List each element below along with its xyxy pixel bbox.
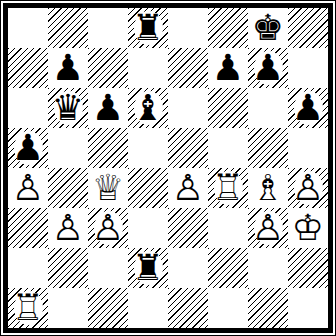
square-g7[interactable]: ♟ bbox=[248, 48, 288, 88]
square-e8[interactable] bbox=[168, 8, 208, 48]
square-e4[interactable]: ♙ bbox=[168, 168, 208, 208]
square-g8[interactable]: ♚ bbox=[248, 8, 288, 48]
piece-black-pawn[interactable]: ♟ bbox=[52, 48, 84, 88]
square-b6[interactable]: ♛ bbox=[48, 88, 88, 128]
square-e1[interactable] bbox=[168, 288, 208, 328]
square-g1[interactable] bbox=[248, 288, 288, 328]
square-c1[interactable] bbox=[88, 288, 128, 328]
square-f3[interactable] bbox=[208, 208, 248, 248]
square-b8[interactable] bbox=[48, 8, 88, 48]
piece-white-pawn[interactable]: ♙ bbox=[172, 168, 204, 208]
piece-black-pawn[interactable]: ♟ bbox=[252, 48, 284, 88]
square-e7[interactable] bbox=[168, 48, 208, 88]
square-d7[interactable] bbox=[128, 48, 168, 88]
square-f7[interactable]: ♟ bbox=[208, 48, 248, 88]
piece-white-pawn[interactable]: ♙ bbox=[52, 208, 84, 248]
square-f4[interactable]: ♖ bbox=[208, 168, 248, 208]
square-e2[interactable] bbox=[168, 248, 208, 288]
board-frame: ♜♚♟♟♟♛♟♝♟♟♙♕♙♖♗♙♙♙♙♔♜♖ bbox=[3, 3, 333, 333]
square-f6[interactable] bbox=[208, 88, 248, 128]
square-h4[interactable]: ♙ bbox=[288, 168, 328, 208]
square-c7[interactable] bbox=[88, 48, 128, 88]
piece-black-king[interactable]: ♚ bbox=[252, 8, 284, 48]
piece-black-queen[interactable]: ♛ bbox=[52, 88, 84, 128]
square-h1[interactable] bbox=[288, 288, 328, 328]
piece-white-rook[interactable]: ♖ bbox=[12, 288, 44, 328]
square-c6[interactable]: ♟ bbox=[88, 88, 128, 128]
square-e5[interactable] bbox=[168, 128, 208, 168]
piece-black-pawn[interactable]: ♟ bbox=[212, 48, 244, 88]
piece-white-pawn[interactable]: ♙ bbox=[12, 168, 44, 208]
square-a5[interactable]: ♟ bbox=[8, 128, 48, 168]
square-a3[interactable] bbox=[8, 208, 48, 248]
piece-white-king[interactable]: ♔ bbox=[292, 208, 324, 248]
square-a2[interactable] bbox=[8, 248, 48, 288]
piece-black-pawn[interactable]: ♟ bbox=[12, 128, 44, 168]
chess-board[interactable]: ♜♚♟♟♟♛♟♝♟♟♙♕♙♖♗♙♙♙♙♔♜♖ bbox=[8, 8, 328, 328]
square-f1[interactable] bbox=[208, 288, 248, 328]
square-h3[interactable]: ♔ bbox=[288, 208, 328, 248]
piece-black-rook[interactable]: ♜ bbox=[132, 8, 164, 48]
chess-diagram-page: ♜♚♟♟♟♛♟♝♟♟♙♕♙♖♗♙♙♙♙♔♜♖ bbox=[0, 0, 336, 336]
square-a7[interactable] bbox=[8, 48, 48, 88]
square-d2[interactable]: ♜ bbox=[128, 248, 168, 288]
square-f5[interactable] bbox=[208, 128, 248, 168]
square-b1[interactable] bbox=[48, 288, 88, 328]
piece-black-pawn[interactable]: ♟ bbox=[292, 88, 324, 128]
piece-black-bishop[interactable]: ♝ bbox=[132, 88, 164, 128]
square-a6[interactable] bbox=[8, 88, 48, 128]
piece-white-bishop[interactable]: ♗ bbox=[252, 168, 284, 208]
square-b2[interactable] bbox=[48, 248, 88, 288]
square-c8[interactable] bbox=[88, 8, 128, 48]
square-b3[interactable]: ♙ bbox=[48, 208, 88, 248]
square-g6[interactable] bbox=[248, 88, 288, 128]
square-d5[interactable] bbox=[128, 128, 168, 168]
square-c4[interactable]: ♕ bbox=[88, 168, 128, 208]
square-a4[interactable]: ♙ bbox=[8, 168, 48, 208]
square-h2[interactable] bbox=[288, 248, 328, 288]
square-d6[interactable]: ♝ bbox=[128, 88, 168, 128]
square-g5[interactable] bbox=[248, 128, 288, 168]
square-b5[interactable] bbox=[48, 128, 88, 168]
square-h5[interactable] bbox=[288, 128, 328, 168]
square-b4[interactable] bbox=[48, 168, 88, 208]
square-f2[interactable] bbox=[208, 248, 248, 288]
piece-white-rook[interactable]: ♖ bbox=[212, 168, 244, 208]
square-a8[interactable] bbox=[8, 8, 48, 48]
square-e6[interactable] bbox=[168, 88, 208, 128]
square-f8[interactable] bbox=[208, 8, 248, 48]
square-c3[interactable]: ♙ bbox=[88, 208, 128, 248]
square-g3[interactable]: ♙ bbox=[248, 208, 288, 248]
square-e3[interactable] bbox=[168, 208, 208, 248]
square-a1[interactable]: ♖ bbox=[8, 288, 48, 328]
piece-black-pawn[interactable]: ♟ bbox=[92, 88, 124, 128]
square-g2[interactable] bbox=[248, 248, 288, 288]
square-d4[interactable] bbox=[128, 168, 168, 208]
square-d1[interactable] bbox=[128, 288, 168, 328]
piece-black-rook[interactable]: ♜ bbox=[132, 248, 164, 288]
piece-white-pawn[interactable]: ♙ bbox=[252, 208, 284, 248]
square-b7[interactable]: ♟ bbox=[48, 48, 88, 88]
piece-white-pawn[interactable]: ♙ bbox=[92, 208, 124, 248]
square-d8[interactable]: ♜ bbox=[128, 8, 168, 48]
piece-white-pawn[interactable]: ♙ bbox=[292, 168, 324, 208]
square-h7[interactable] bbox=[288, 48, 328, 88]
square-g4[interactable]: ♗ bbox=[248, 168, 288, 208]
piece-white-queen[interactable]: ♕ bbox=[92, 168, 124, 208]
square-c5[interactable] bbox=[88, 128, 128, 168]
square-h6[interactable]: ♟ bbox=[288, 88, 328, 128]
square-c2[interactable] bbox=[88, 248, 128, 288]
square-d3[interactable] bbox=[128, 208, 168, 248]
square-h8[interactable] bbox=[288, 8, 328, 48]
